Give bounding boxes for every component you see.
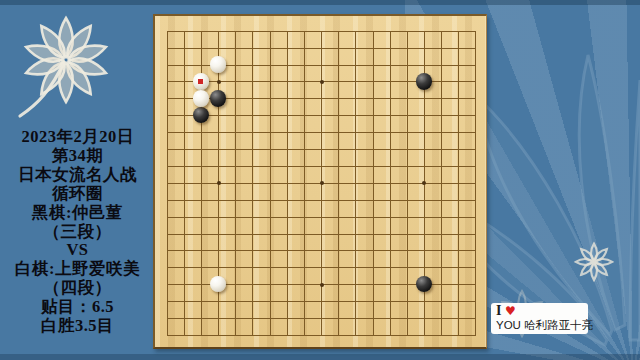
grid-line-vertical	[338, 31, 339, 336]
go-stone-white-D17	[210, 56, 227, 73]
last-move-marker	[198, 79, 203, 84]
info-line: VS	[0, 241, 155, 260]
grid-line-horizontal	[167, 217, 477, 218]
grid-line-horizontal	[167, 267, 477, 268]
info-line: 日本女流名人战	[0, 166, 155, 185]
grid-line-vertical	[458, 31, 459, 336]
go-board	[153, 14, 487, 349]
star-point	[422, 181, 426, 185]
info-line: 白棋:上野爱咲美	[0, 260, 155, 279]
small-white-flower-decoration	[570, 238, 618, 288]
info-line: （四段）	[0, 279, 155, 298]
go-stone-black-D15	[210, 90, 227, 107]
info-line: 贴目：6.5	[0, 298, 155, 317]
info-line: 第34期	[0, 147, 155, 166]
white-flower-decoration	[6, 10, 116, 125]
grid-line-vertical	[407, 31, 408, 336]
watermark-line1: I ♥	[496, 304, 588, 318]
top-edge-band	[0, 0, 640, 5]
grid-line-vertical	[441, 31, 442, 336]
grid-line-vertical	[373, 31, 374, 336]
star-point	[217, 80, 221, 84]
video-frame: 2023年2月20日第34期日本女流名人战循环圈黑棋:仲邑菫（三段）VS白棋:上…	[0, 0, 640, 360]
bottom-edge-band	[0, 354, 640, 360]
star-point	[320, 283, 324, 287]
grid-line-horizontal	[167, 335, 477, 336]
grid-line-horizontal	[167, 234, 477, 235]
info-line: 白胜3.5目	[0, 317, 155, 336]
grid-line-horizontal	[167, 318, 477, 319]
info-line: （三段）	[0, 223, 155, 242]
watermark-line2: YOU 哈利路亚十亮	[496, 318, 588, 332]
go-stone-white-C15	[193, 90, 210, 107]
info-line: 黑棋:仲邑菫	[0, 204, 155, 223]
watermark-i: I	[496, 303, 501, 318]
grid-line-vertical	[390, 31, 391, 336]
star-point	[320, 80, 324, 84]
info-line: 2023年2月20日	[0, 128, 155, 147]
grid-line-horizontal	[167, 250, 477, 251]
go-stone-white-D4	[210, 276, 227, 293]
info-line: 循环圈	[0, 185, 155, 204]
grid-line-horizontal	[167, 200, 477, 201]
star-point	[217, 181, 221, 185]
go-stone-black-Q16	[416, 73, 433, 90]
heart-icon: ♥	[505, 304, 516, 318]
grid-line-horizontal	[167, 301, 477, 302]
grid-line-vertical	[355, 31, 356, 336]
go-stone-white-C16	[193, 73, 210, 90]
go-stone-black-C14	[193, 107, 210, 124]
go-stone-black-Q4	[416, 276, 433, 293]
grid-line-vertical	[475, 31, 476, 336]
star-point	[320, 181, 324, 185]
watermark-box: I ♥ YOU 哈利路亚十亮	[491, 303, 588, 334]
game-info-panel: 2023年2月20日第34期日本女流名人战循环圈黑棋:仲邑菫（三段）VS白棋:上…	[0, 128, 155, 336]
